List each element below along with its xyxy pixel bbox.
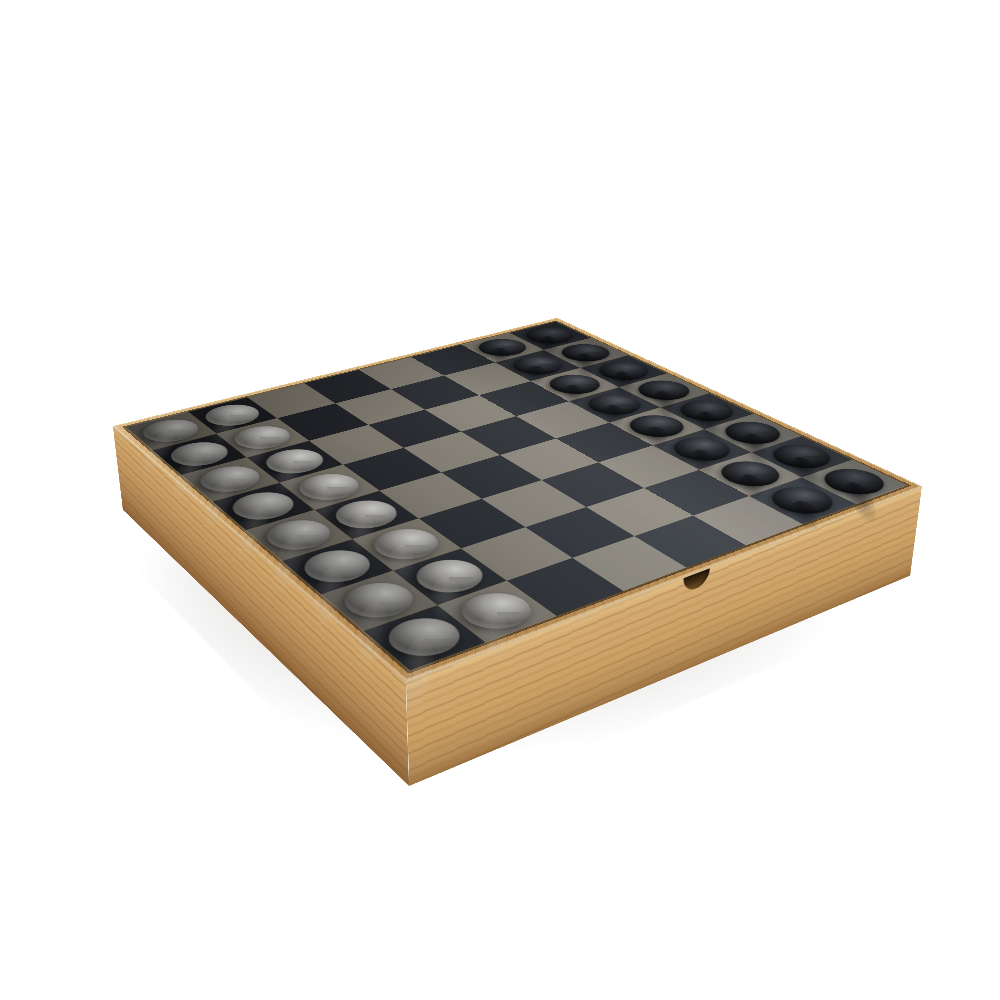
page-background: { "game": "chess", "position": { "fen": … (0, 0, 1000, 1000)
piece-glyph: ♙ (465, 552, 527, 621)
drawer-notch (683, 568, 710, 593)
product-photo-stage: ♜♞♝♚♛♝♞♜♟♟♟♟♟♟♟♟♙♙♙♙♙♙♙♙♖♘♗♔♕♗♘♖ (0, 0, 1000, 1000)
chess-board-box: ♜♞♝♚♛♝♞♜♟♟♟♟♟♟♟♟♙♙♙♙♙♙♙♙♖♘♗♔♕♗♘♖ (113, 318, 922, 681)
piece-glyph: ♖ (387, 566, 460, 648)
piece-glyph: ♟ (634, 378, 683, 432)
piece-glyph: ♟ (592, 358, 639, 410)
piece-glyph: ♟ (778, 448, 832, 508)
piece-glyph: ♟ (679, 400, 729, 456)
piece-glyph: ♜ (827, 422, 887, 489)
piece-glyph: ♟ (727, 423, 779, 481)
